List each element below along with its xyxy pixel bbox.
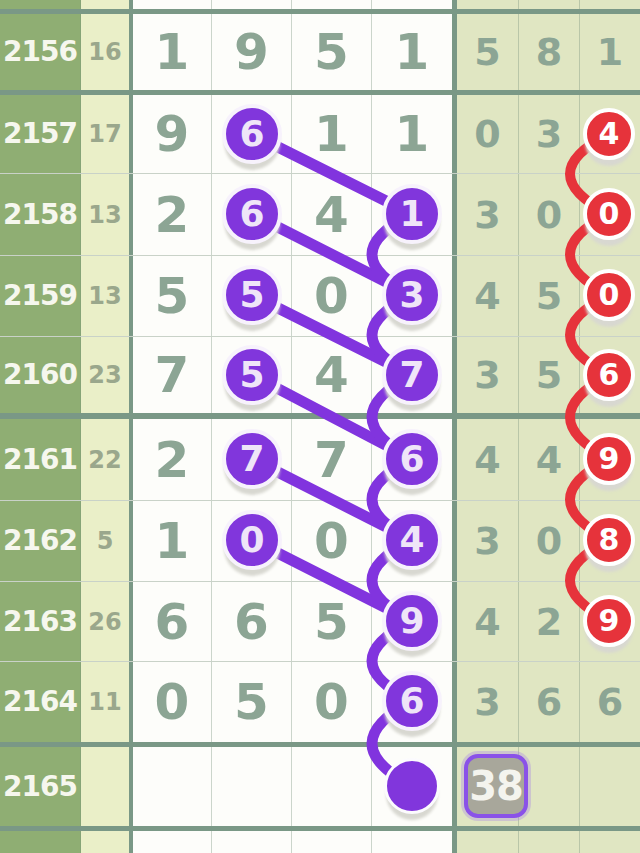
red-marker: 6 — [583, 349, 635, 401]
digit-cell — [292, 747, 372, 826]
digit-cell — [212, 831, 292, 853]
digit-cell: 0 — [292, 256, 372, 336]
red-marker: 8 — [583, 514, 635, 566]
period-cell: 2159 — [0, 256, 81, 336]
digit-cell: 0 — [292, 662, 372, 742]
digit-cell: 5 — [133, 256, 212, 336]
digit-cell: 9 — [133, 95, 212, 173]
digit-cell: 6 — [133, 582, 212, 661]
period-cell: 2157 — [0, 95, 81, 173]
tail-cell: 0 — [519, 501, 580, 581]
period-cell: 2156 — [0, 14, 81, 90]
tail-cell: 1 — [580, 14, 640, 90]
digit-cell: 6 — [212, 582, 292, 661]
tail-cell — [519, 0, 580, 9]
digit-cell: 7 — [133, 337, 212, 413]
tail-cell — [519, 831, 580, 853]
digit-cell: 4 — [292, 174, 372, 255]
sum-cell: 16 — [81, 14, 129, 90]
digit-cell: 0 — [133, 662, 212, 742]
digit-cell: 1 — [292, 95, 372, 173]
digit-cell: 5 — [292, 582, 372, 661]
period-cell: 2158 — [0, 174, 81, 255]
tail-cell: 4 — [519, 419, 580, 500]
tail-cell: 6 — [580, 662, 640, 742]
purple-marker: 5 — [222, 265, 282, 325]
period-cell: 2162 — [0, 501, 81, 581]
digit-cell: 1 — [372, 14, 452, 90]
tail-cell — [580, 831, 640, 853]
red-marker: 4 — [583, 108, 635, 160]
digit-cell — [212, 747, 292, 826]
digit-cell — [212, 0, 292, 9]
period-cell: 2163 — [0, 582, 81, 661]
digit-cell: 0 — [292, 501, 372, 581]
tail-cell — [580, 0, 640, 9]
purple-marker: 3 — [382, 265, 442, 325]
table-row: 2163266659429 — [0, 581, 640, 661]
digit-cell — [133, 747, 212, 826]
red-marker: 9 — [583, 433, 635, 485]
partial-row — [0, 831, 640, 853]
sum-cell: 13 — [81, 256, 129, 336]
digit-cell: 4 — [292, 337, 372, 413]
sum-cell: 23 — [81, 337, 129, 413]
sum-cell: 13 — [81, 174, 129, 255]
prediction-dot — [384, 758, 440, 814]
purple-marker: 9 — [382, 591, 442, 651]
tail-cell: 3 — [457, 174, 519, 255]
digit-cell: 1 — [133, 14, 212, 90]
tail-cell — [457, 831, 519, 853]
sum-badge: 38 — [464, 754, 528, 818]
tail-cell: 5 — [519, 256, 580, 336]
digit-cell: 1 — [133, 501, 212, 581]
purple-marker: 4 — [382, 510, 442, 570]
table-row: 2158132641300 — [0, 173, 640, 255]
tail-cell: 5 — [519, 337, 580, 413]
tail-cell — [519, 747, 580, 826]
period-cell: 2161 — [0, 419, 81, 500]
tail-cell: 4 — [457, 256, 519, 336]
tail-cell — [580, 747, 640, 826]
tail-cell: 3 — [519, 95, 580, 173]
tail-cell: 2 — [519, 582, 580, 661]
tail-cell: 3 — [457, 337, 519, 413]
sum-cell: 26 — [81, 582, 129, 661]
tail-cell: 3 — [457, 501, 519, 581]
digit-cell: 2 — [133, 419, 212, 500]
sum-cell — [81, 0, 129, 9]
digit-cell — [292, 0, 372, 9]
table-row: 2159135503450 — [0, 255, 640, 336]
digit-cell: 5 — [212, 662, 292, 742]
purple-marker: 7 — [382, 345, 442, 405]
tail-cell: 4 — [457, 419, 519, 500]
digit-cell: 1 — [372, 95, 452, 173]
red-marker: 9 — [583, 595, 635, 647]
period-cell: 2165 — [0, 747, 81, 826]
lottery-trend-chart: 2156161951581215717961103421581326413002… — [0, 0, 640, 853]
partial-row — [0, 0, 640, 9]
purple-marker: 5 — [222, 345, 282, 405]
tail-cell: 3 — [457, 662, 519, 742]
tail-cell: 5 — [457, 14, 519, 90]
purple-marker: 6 — [382, 671, 442, 731]
purple-marker: 6 — [382, 429, 442, 489]
sum-cell: 17 — [81, 95, 129, 173]
purple-marker: 6 — [222, 104, 282, 164]
purple-marker: 0 — [222, 510, 282, 570]
period-cell: 2164 — [0, 662, 81, 742]
table-row: 2156161951581 — [0, 14, 640, 90]
digit-cell: 7 — [292, 419, 372, 500]
tail-cell: 0 — [519, 174, 580, 255]
table-row: 2164110506366 — [0, 661, 640, 742]
tail-cell — [457, 0, 519, 9]
digit-cell — [372, 831, 452, 853]
red-marker: 0 — [583, 269, 635, 321]
table-row: 2165 — [0, 747, 640, 826]
tail-cell: 4 — [457, 582, 519, 661]
tail-cell: 8 — [519, 14, 580, 90]
digit-cell — [292, 831, 372, 853]
red-marker: 0 — [583, 188, 635, 240]
table-row: 2161222776449 — [0, 419, 640, 500]
purple-marker: 7 — [222, 429, 282, 489]
purple-marker: 6 — [222, 184, 282, 244]
digit-cell: 2 — [133, 174, 212, 255]
table-row: 216251004308 — [0, 500, 640, 581]
sum-cell — [81, 747, 129, 826]
period-cell — [0, 0, 81, 9]
purple-marker: 1 — [382, 184, 442, 244]
sum-cell — [81, 831, 129, 853]
sum-cell: 11 — [81, 662, 129, 742]
sum-cell: 5 — [81, 501, 129, 581]
trend-grid: 2156161951581215717961103421581326413002… — [0, 0, 640, 853]
tail-cell: 6 — [519, 662, 580, 742]
digit-cell — [133, 0, 212, 9]
digit-cell — [133, 831, 212, 853]
table-row: 2160237547356 — [0, 336, 640, 413]
sum-cell: 22 — [81, 419, 129, 500]
table-row: 2157179611034 — [0, 95, 640, 173]
digit-cell: 9 — [212, 14, 292, 90]
digit-cell — [372, 0, 452, 9]
digit-cell: 5 — [292, 14, 372, 90]
period-cell: 2160 — [0, 337, 81, 413]
period-cell — [0, 831, 81, 853]
tail-cell: 0 — [457, 95, 519, 173]
